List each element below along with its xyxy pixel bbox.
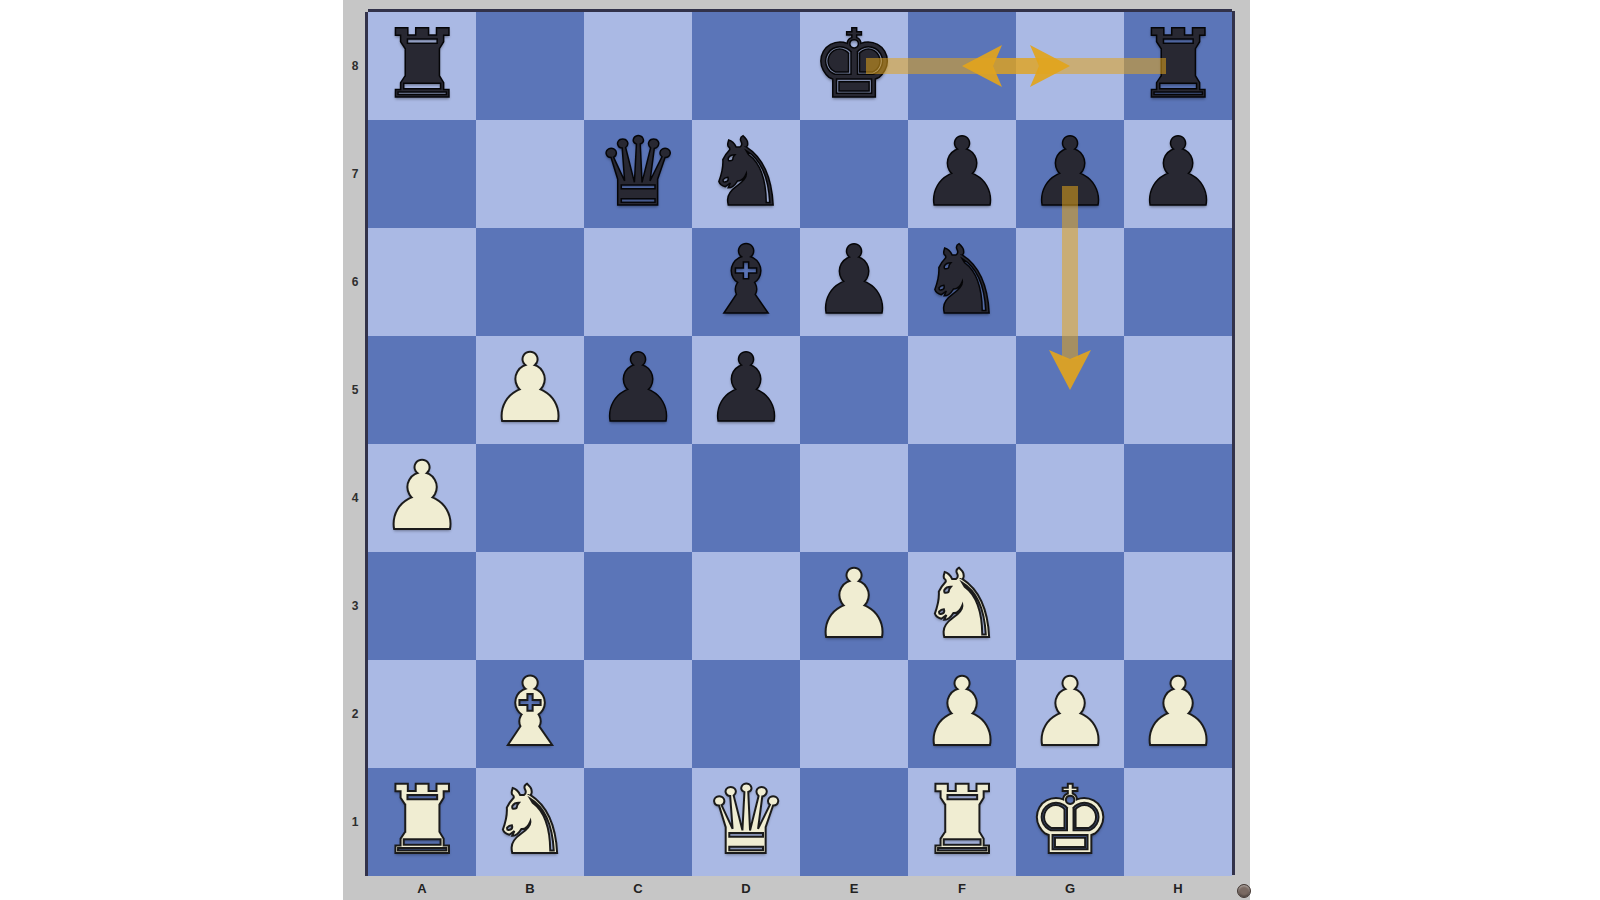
rank-label-6: 6: [344, 275, 366, 289]
piece-white-knight[interactable]: ♞: [476, 768, 584, 876]
square-b6[interactable]: [476, 228, 584, 336]
board-options-icon[interactable]: [1237, 884, 1251, 898]
file-label-b: B: [476, 881, 584, 896]
piece-black-king[interactable]: ♚: [800, 12, 908, 120]
square-f3[interactable]: ♞: [908, 552, 1016, 660]
square-c3[interactable]: [584, 552, 692, 660]
square-c5[interactable]: ♟: [584, 336, 692, 444]
piece-white-pawn[interactable]: ♟: [1124, 660, 1232, 768]
square-h8[interactable]: ♜: [1124, 12, 1232, 120]
file-label-g: G: [1016, 881, 1124, 896]
square-b1[interactable]: ♞: [476, 768, 584, 876]
square-h1[interactable]: [1124, 768, 1232, 876]
square-f1[interactable]: ♜: [908, 768, 1016, 876]
square-e7[interactable]: [800, 120, 908, 228]
rank-label-4: 4: [344, 491, 366, 505]
square-h7[interactable]: ♟: [1124, 120, 1232, 228]
square-f8[interactable]: [908, 12, 1016, 120]
square-f4[interactable]: [908, 444, 1016, 552]
piece-black-rook[interactable]: ♜: [368, 12, 476, 120]
square-b8[interactable]: [476, 12, 584, 120]
square-d5[interactable]: ♟: [692, 336, 800, 444]
file-label-f: F: [908, 881, 1016, 896]
square-e4[interactable]: [800, 444, 908, 552]
square-h3[interactable]: [1124, 552, 1232, 660]
square-f5[interactable]: [908, 336, 1016, 444]
square-g2[interactable]: ♟: [1016, 660, 1124, 768]
square-d6[interactable]: ♝: [692, 228, 800, 336]
square-c1[interactable]: [584, 768, 692, 876]
square-g5[interactable]: [1016, 336, 1124, 444]
piece-white-queen[interactable]: ♛: [692, 768, 800, 876]
square-f2[interactable]: ♟: [908, 660, 1016, 768]
square-g4[interactable]: [1016, 444, 1124, 552]
square-a5[interactable]: [368, 336, 476, 444]
square-h4[interactable]: [1124, 444, 1232, 552]
square-c2[interactable]: [584, 660, 692, 768]
square-e6[interactable]: ♟: [800, 228, 908, 336]
piece-white-pawn[interactable]: ♟: [908, 660, 1016, 768]
square-h2[interactable]: ♟: [1124, 660, 1232, 768]
square-d1[interactable]: ♛: [692, 768, 800, 876]
piece-white-pawn[interactable]: ♟: [476, 336, 584, 444]
piece-black-pawn[interactable]: ♟: [800, 228, 908, 336]
piece-black-pawn[interactable]: ♟: [584, 336, 692, 444]
square-e3[interactable]: ♟: [800, 552, 908, 660]
file-label-e: E: [800, 881, 908, 896]
file-label-a: A: [368, 881, 476, 896]
piece-black-rook[interactable]: ♜: [1124, 12, 1232, 120]
square-a4[interactable]: ♟: [368, 444, 476, 552]
square-h5[interactable]: [1124, 336, 1232, 444]
square-a3[interactable]: [368, 552, 476, 660]
rank-label-2: 2: [344, 707, 366, 721]
piece-white-pawn[interactable]: ♟: [1016, 660, 1124, 768]
square-g7[interactable]: ♟: [1016, 120, 1124, 228]
piece-white-bishop[interactable]: ♝: [476, 660, 584, 768]
square-g8[interactable]: [1016, 12, 1124, 120]
square-e5[interactable]: [800, 336, 908, 444]
square-a2[interactable]: [368, 660, 476, 768]
piece-white-rook[interactable]: ♜: [368, 768, 476, 876]
square-g1[interactable]: ♚: [1016, 768, 1124, 876]
square-f6[interactable]: ♞: [908, 228, 1016, 336]
piece-black-knight[interactable]: ♞: [692, 120, 800, 228]
square-e1[interactable]: [800, 768, 908, 876]
square-b3[interactable]: [476, 552, 584, 660]
piece-white-knight[interactable]: ♞: [908, 552, 1016, 660]
file-label-c: C: [584, 881, 692, 896]
square-g6[interactable]: [1016, 228, 1124, 336]
file-label-d: D: [692, 881, 800, 896]
square-f7[interactable]: ♟: [908, 120, 1016, 228]
piece-black-knight[interactable]: ♞: [908, 228, 1016, 336]
square-e2[interactable]: [800, 660, 908, 768]
square-b5[interactable]: ♟: [476, 336, 584, 444]
chess-board: ♜♚♜♛♞♟♟♟♝♟♞♟♟♟♟♟♞♝♟♟♟♜♞♛♜♚: [368, 12, 1232, 876]
square-a6[interactable]: [368, 228, 476, 336]
square-c7[interactable]: ♛: [584, 120, 692, 228]
square-c8[interactable]: [584, 12, 692, 120]
rank-label-1: 1: [344, 815, 366, 829]
square-h6[interactable]: [1124, 228, 1232, 336]
square-b2[interactable]: ♝: [476, 660, 584, 768]
rank-label-3: 3: [344, 599, 366, 613]
square-d8[interactable]: [692, 12, 800, 120]
piece-black-pawn[interactable]: ♟: [1124, 120, 1232, 228]
square-b4[interactable]: [476, 444, 584, 552]
square-d2[interactable]: [692, 660, 800, 768]
square-a7[interactable]: [368, 120, 476, 228]
piece-black-bishop[interactable]: ♝: [692, 228, 800, 336]
square-a1[interactable]: ♜: [368, 768, 476, 876]
square-d3[interactable]: [692, 552, 800, 660]
square-g3[interactable]: [1016, 552, 1124, 660]
square-c4[interactable]: [584, 444, 692, 552]
piece-black-queen[interactable]: ♛: [584, 120, 692, 228]
board-panel: ♜♚♜♛♞♟♟♟♝♟♞♟♟♟♟♟♞♝♟♟♟♜♞♛♜♚ 87654321ABCDE…: [343, 0, 1250, 900]
rank-label-5: 5: [344, 383, 366, 397]
rank-label-7: 7: [344, 167, 366, 181]
rank-label-8: 8: [344, 59, 366, 73]
square-c6[interactable]: [584, 228, 692, 336]
square-a8[interactable]: ♜: [368, 12, 476, 120]
square-d4[interactable]: [692, 444, 800, 552]
piece-black-pawn[interactable]: ♟: [1016, 120, 1124, 228]
piece-white-pawn[interactable]: ♟: [800, 552, 908, 660]
piece-white-king[interactable]: ♚: [1016, 768, 1124, 876]
piece-black-pawn[interactable]: ♟: [692, 336, 800, 444]
square-b7[interactable]: [476, 120, 584, 228]
piece-black-pawn[interactable]: ♟: [908, 120, 1016, 228]
piece-white-pawn[interactable]: ♟: [368, 444, 476, 552]
square-e8[interactable]: ♚: [800, 12, 908, 120]
square-d7[interactable]: ♞: [692, 120, 800, 228]
piece-white-rook[interactable]: ♜: [908, 768, 1016, 876]
file-label-h: H: [1124, 881, 1232, 896]
